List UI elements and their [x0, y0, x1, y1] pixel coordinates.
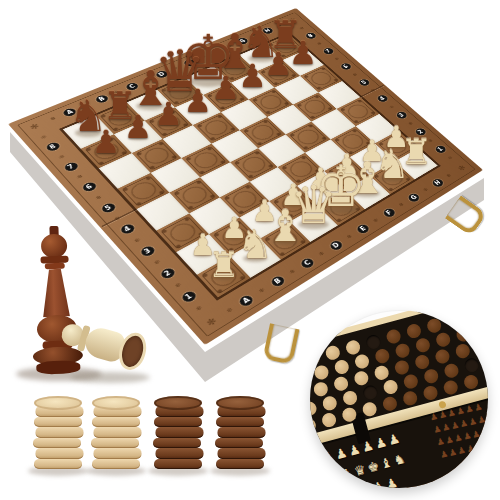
checker-disk [34, 417, 82, 428]
stored-checker-light [345, 339, 362, 356]
border-engraving-motif: ✻ [40, 134, 48, 140]
stored-checker-dark [414, 337, 431, 354]
checker-disk [156, 427, 204, 438]
stored-checker-light [321, 395, 338, 412]
stored-checker-dark [381, 395, 398, 412]
border-engraving-motif: ✻ [408, 121, 415, 126]
rank-label-left-3: 3 [138, 245, 156, 258]
checker-disk [215, 438, 263, 449]
border-engraving-motif: ✻ [334, 57, 341, 61]
stored-checker-dark [414, 353, 431, 370]
file-label-bottom-d: D [328, 239, 344, 251]
checker-disk [216, 459, 264, 470]
border-engraving-motif: ✻ [225, 307, 234, 314]
stored-checker-dark [455, 326, 472, 343]
stored-checker-dark [385, 328, 402, 345]
stored-checker-light [310, 417, 317, 434]
checker-disk [153, 438, 201, 449]
empty-checker-hole [362, 384, 379, 401]
file-label-bottom-g: G [406, 192, 421, 203]
border-engraving-motif: ✻ [288, 269, 296, 276]
border-engraving-motif: ✻ [94, 194, 102, 200]
file-label-bottom-f: F [381, 207, 396, 219]
stored-checker-light [333, 375, 350, 392]
checker-top-face [34, 396, 82, 410]
file-label-top-d: D [154, 69, 169, 78]
rank-label-left-6: 6 [80, 181, 97, 193]
checker-disk [154, 459, 202, 470]
stored-checker-dark [393, 359, 410, 376]
stored-checker-light [324, 344, 341, 361]
stored-checker-light [310, 400, 318, 417]
file-label-top-f: F [209, 47, 223, 56]
stored-checker-light [353, 353, 370, 370]
rank-label-left-2: 2 [159, 267, 177, 281]
stored-checker-dark [435, 331, 452, 348]
checker-disk [154, 417, 202, 428]
border-engraving-motif: ✻ [113, 90, 121, 95]
corner-engraving-motif: ✻ [456, 164, 467, 172]
file-label-top-h: H [261, 26, 275, 34]
rank-label-right-5: 5 [357, 78, 371, 87]
file-label-bottom-b: B [269, 274, 286, 288]
checker-disk [92, 459, 140, 470]
border-engraving-motif: ✻ [372, 218, 380, 224]
stored-checker-dark [422, 384, 439, 401]
empty-checker-hole [365, 333, 382, 350]
stored-checker-dark [434, 348, 451, 365]
border-engraving-motif: ✻ [427, 138, 434, 143]
corner-engraving-motif: ✻ [204, 316, 218, 328]
rank-label-right-7: 7 [321, 47, 334, 55]
checker-stack-light-2 [92, 396, 140, 469]
empty-checker-hole [463, 357, 480, 374]
checker-top-face [154, 396, 202, 410]
rank-label-right-4: 4 [376, 94, 390, 103]
border-engraving-motif: ✻ [276, 24, 283, 28]
checker-stack-dark-3 [154, 396, 202, 469]
file-label-bottom-a: A [237, 293, 255, 307]
product-photo-scene: ♟♟♟♟♟♟♟♜♞♝♛♚♝♞♟♟♟♟♟♟♟♟♟♟♟♟♟♟♟♟♟♟♟♟♟♟♟♟♟♟… [0, 0, 500, 500]
border-engraving-motif: ✻ [352, 72, 359, 76]
rank-label-left-8: 8 [44, 141, 61, 152]
file-label-bottom-e: E [355, 223, 371, 235]
checker-stack-light-1 [34, 396, 82, 469]
checker-disk [156, 448, 204, 459]
stored-checker-dark [443, 362, 460, 379]
border-engraving-motif: ✻ [49, 116, 57, 121]
checker-disk [36, 427, 84, 438]
border-engraving-motif: ✻ [174, 282, 183, 289]
border-engraving-motif: ✻ [299, 26, 306, 30]
brass-latch-bottom [263, 323, 300, 364]
border-engraving-motif: ✻ [252, 34, 259, 38]
checker-disk [33, 438, 81, 449]
storage-inset-photo: ♟♟♟♟♟♟♟♜♞♝♛♚♝♞♟♟♟♟♟♟♟♟♟♟♟♟♟♟♟♟♟♟♟♟♟♟♟♟♟♟… [310, 310, 488, 488]
border-engraving-motif: ✻ [422, 187, 429, 192]
stored-checker-dark [442, 379, 459, 396]
checker-top-face [216, 396, 264, 410]
stored-checker-dark [454, 343, 471, 360]
checker-disk [91, 438, 139, 449]
stored-checker-light [353, 370, 370, 387]
giant-king-collar2 [45, 263, 65, 270]
corner-engraving-motif: ✻ [28, 122, 41, 131]
stored-checker-dark [463, 373, 480, 390]
border-engraving-motif: ✻ [153, 259, 162, 266]
checker-disk [36, 448, 84, 459]
stored-checker-light [341, 389, 358, 406]
file-label-top-c: C [124, 81, 140, 91]
rank-label-right-8: 8 [304, 32, 317, 40]
border-engraving-motif: ✻ [195, 305, 204, 312]
file-label-top-b: B [94, 94, 110, 104]
border-engraving-motif: ✻ [388, 105, 395, 110]
checker-stack-dark-4 [216, 396, 264, 469]
border-engraving-motif: ✻ [316, 41, 323, 45]
stored-checker-light [310, 350, 321, 367]
rank-label-right-3: 3 [394, 111, 408, 121]
rank-label-left-5: 5 [99, 202, 117, 214]
stored-checker-dark [423, 368, 440, 385]
checker-disk [218, 448, 266, 459]
checker-disk [94, 448, 142, 459]
stored-checker-light [321, 412, 338, 429]
border-engraving-motif: ✻ [58, 154, 66, 160]
stored-checker-light [382, 378, 399, 395]
border-engraving-motif: ✻ [346, 234, 354, 240]
border-engraving-motif: ✻ [82, 103, 90, 108]
stored-checker-light [373, 364, 390, 381]
border-engraving-motif: ✻ [226, 44, 233, 48]
rank-label-left-7: 7 [62, 161, 79, 173]
file-label-bottom-h: H [430, 177, 444, 188]
stored-checker-dark [402, 390, 419, 407]
stored-checker-light [312, 381, 329, 398]
checker-disk [216, 417, 264, 428]
file-label-top-e: E [182, 58, 197, 67]
rank-label-right-2: 2 [414, 127, 428, 137]
open-case-interior: ♟♟♟♟♟♟♟♜♞♝♛♚♝♞♟♟♟♟♟♟♟♟♟♟♟♟♟♟♟♟♟♟♟♟♟♟♟♟♟♟… [310, 310, 488, 488]
stored-checker-dark [374, 348, 391, 365]
file-label-bottom-c: C [299, 256, 316, 269]
stored-checker-dark [405, 323, 422, 340]
border-engraving-motif: ✻ [447, 156, 454, 161]
rank-label-right-6: 6 [339, 62, 353, 71]
stored-checker-dark [426, 317, 443, 334]
stored-checker-dark [394, 342, 411, 359]
border-engraving-motif: ✻ [200, 55, 207, 60]
checker-disk [94, 427, 142, 438]
empty-checker-hole [446, 312, 463, 329]
rank-label-left-4: 4 [119, 223, 137, 236]
file-label-top-g: G [236, 37, 250, 46]
checker-disk [92, 417, 140, 428]
stored-checker-light [313, 364, 330, 381]
stored-checker-dark [402, 373, 419, 390]
rank-label-left-1: 1 [179, 290, 197, 304]
border-engraving-motif: ✻ [133, 237, 142, 244]
border-engraving-motif: ✻ [318, 251, 326, 257]
corner-engraving-motif: ✻ [288, 17, 298, 23]
border-engraving-motif: ✻ [446, 173, 453, 178]
border-engraving-motif: ✻ [398, 202, 405, 208]
checker-disk [218, 427, 266, 438]
border-engraving-motif: ✻ [76, 174, 84, 180]
border-engraving-motif: ✻ [258, 287, 266, 294]
border-engraving-motif: ✻ [143, 78, 150, 83]
checker-top-face [92, 396, 140, 410]
rank-label-right-1: 1 [433, 144, 447, 154]
checker-disk [34, 459, 82, 470]
border-engraving-motif: ✻ [172, 66, 179, 71]
stored-checker-light [333, 358, 350, 375]
file-label-top-a: A [61, 107, 77, 118]
